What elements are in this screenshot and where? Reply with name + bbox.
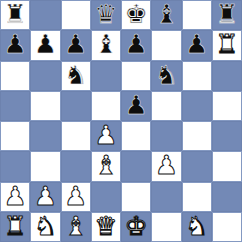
square-c4[interactable]: [61, 121, 91, 151]
white-bishop-piece[interactable]: ♝: [64, 213, 87, 239]
square-f4[interactable]: [151, 121, 181, 151]
black-bishop-piece[interactable]: ♝: [155, 1, 178, 27]
square-b4[interactable]: [30, 121, 60, 151]
square-a4[interactable]: [0, 121, 30, 151]
square-e2[interactable]: [121, 182, 151, 212]
square-e7[interactable]: ♟: [121, 30, 151, 60]
square-b3[interactable]: [30, 151, 60, 181]
black-pawn-piece[interactable]: ♟: [34, 31, 57, 57]
square-h6[interactable]: [212, 61, 242, 91]
black-pawn-piece[interactable]: ♟: [64, 31, 87, 57]
square-g4[interactable]: [182, 121, 212, 151]
square-b2[interactable]: ♟: [30, 182, 60, 212]
square-b1[interactable]: ♞: [30, 212, 60, 242]
white-bishop-piece[interactable]: ♝: [94, 152, 117, 178]
square-d8[interactable]: ♛: [91, 0, 121, 30]
square-g1[interactable]: ♞: [182, 212, 212, 242]
square-h8[interactable]: ♜: [212, 0, 242, 30]
white-pawn-piece[interactable]: ♟: [34, 183, 57, 209]
square-c2[interactable]: ♟: [61, 182, 91, 212]
black-rook-piece[interactable]: ♜: [215, 1, 238, 27]
square-f3[interactable]: ♟: [151, 151, 181, 181]
black-pawn-piece[interactable]: ♟: [185, 31, 208, 57]
square-e3[interactable]: [121, 151, 151, 181]
square-d2[interactable]: [91, 182, 121, 212]
square-a7[interactable]: ♟: [0, 30, 30, 60]
square-f6[interactable]: ♞: [151, 61, 181, 91]
square-a1[interactable]: ♜: [0, 212, 30, 242]
square-h1[interactable]: [212, 212, 242, 242]
square-b7[interactable]: ♟: [30, 30, 60, 60]
square-e8[interactable]: ♚: [121, 0, 151, 30]
square-a8[interactable]: ♜: [0, 0, 30, 30]
square-e6[interactable]: [121, 61, 151, 91]
chess-board: ♜♛♚♝♜♟♟♟♝♟♟♜♞♞♟♟♝♟♟♟♟♜♞♝♛♚♞: [0, 0, 242, 242]
white-knight-piece[interactable]: ♞: [34, 213, 57, 239]
square-b8[interactable]: [30, 0, 60, 30]
black-knight-piece[interactable]: ♞: [155, 62, 178, 88]
black-pawn-piece[interactable]: ♟: [3, 31, 26, 57]
square-c6[interactable]: ♞: [61, 61, 91, 91]
square-g5[interactable]: [182, 91, 212, 121]
white-queen-piece[interactable]: ♛: [94, 213, 117, 239]
square-g7[interactable]: ♟: [182, 30, 212, 60]
square-c5[interactable]: [61, 91, 91, 121]
white-rook-piece[interactable]: ♜: [3, 213, 26, 239]
white-pawn-piece[interactable]: ♟: [94, 122, 117, 148]
square-b5[interactable]: [30, 91, 60, 121]
square-h4[interactable]: [212, 121, 242, 151]
square-f5[interactable]: [151, 91, 181, 121]
square-e5[interactable]: ♟: [121, 91, 151, 121]
square-d7[interactable]: ♝: [91, 30, 121, 60]
square-h7[interactable]: ♜: [212, 30, 242, 60]
square-f2[interactable]: [151, 182, 181, 212]
white-knight-piece[interactable]: ♞: [185, 213, 208, 239]
square-c3[interactable]: [61, 151, 91, 181]
square-c7[interactable]: ♟: [61, 30, 91, 60]
square-f7[interactable]: [151, 30, 181, 60]
square-d3[interactable]: ♝: [91, 151, 121, 181]
white-king-piece[interactable]: ♚: [124, 213, 147, 239]
square-f1[interactable]: [151, 212, 181, 242]
square-c8[interactable]: [61, 0, 91, 30]
square-h5[interactable]: [212, 91, 242, 121]
square-c1[interactable]: ♝: [61, 212, 91, 242]
square-d5[interactable]: [91, 91, 121, 121]
black-rook-piece[interactable]: ♜: [3, 1, 26, 27]
square-a3[interactable]: [0, 151, 30, 181]
square-a5[interactable]: [0, 91, 30, 121]
black-pawn-piece[interactable]: ♟: [124, 92, 147, 118]
black-knight-piece[interactable]: ♞: [64, 62, 87, 88]
black-queen-piece[interactable]: ♛: [94, 1, 117, 27]
white-pawn-piece[interactable]: ♟: [64, 183, 87, 209]
square-e1[interactable]: ♚: [121, 212, 151, 242]
square-g2[interactable]: [182, 182, 212, 212]
black-pawn-piece[interactable]: ♟: [124, 31, 147, 57]
square-a2[interactable]: ♟: [0, 182, 30, 212]
square-d1[interactable]: ♛: [91, 212, 121, 242]
square-g3[interactable]: [182, 151, 212, 181]
square-g8[interactable]: [182, 0, 212, 30]
square-f8[interactable]: ♝: [151, 0, 181, 30]
square-d4[interactable]: ♟: [91, 121, 121, 151]
white-rook-piece[interactable]: ♜: [215, 31, 238, 57]
square-g6[interactable]: [182, 61, 212, 91]
square-e4[interactable]: [121, 121, 151, 151]
white-pawn-piece[interactable]: ♟: [3, 183, 26, 209]
square-h2[interactable]: [212, 182, 242, 212]
square-a6[interactable]: [0, 61, 30, 91]
black-bishop-piece[interactable]: ♝: [94, 31, 117, 57]
square-d6[interactable]: [91, 61, 121, 91]
white-pawn-piece[interactable]: ♟: [155, 152, 178, 178]
square-h3[interactable]: [212, 151, 242, 181]
square-b6[interactable]: [30, 61, 60, 91]
black-king-piece[interactable]: ♚: [124, 1, 147, 27]
